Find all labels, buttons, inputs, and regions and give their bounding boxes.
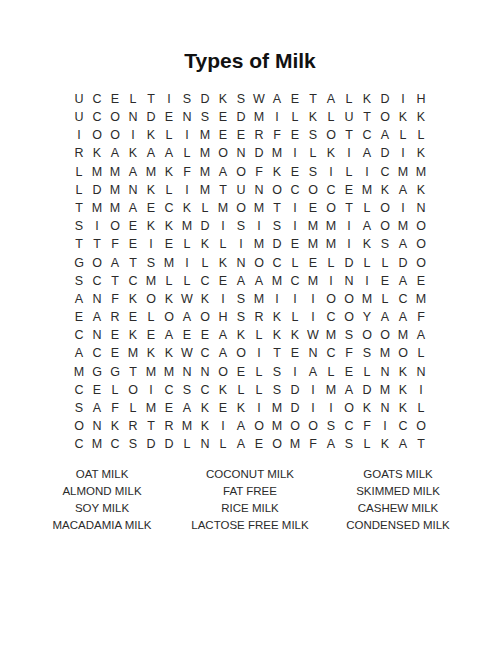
grid-cell-r5c17[interactable]: I <box>358 163 376 181</box>
grid-cell-r10c15[interactable]: L <box>322 254 340 272</box>
grid-cell-r8c9[interactable]: I <box>214 217 232 235</box>
grid-cell-r9c5[interactable]: I <box>142 236 160 254</box>
grid-cell-r15c4[interactable]: M <box>124 345 142 363</box>
grid-cell-r2c1[interactable]: U <box>70 108 88 126</box>
grid-cell-r13c20[interactable]: F <box>412 308 430 326</box>
grid-cell-r19c10[interactable]: A <box>232 417 250 435</box>
grid-cell-r3c10[interactable]: E <box>232 126 250 144</box>
grid-cell-r5c11[interactable]: F <box>250 163 268 181</box>
grid-cell-r11c3[interactable]: T <box>106 272 124 290</box>
grid-cell-r11c4[interactable]: C <box>124 272 142 290</box>
grid-cell-r4c3[interactable]: A <box>106 145 124 163</box>
grid-cell-r16c15[interactable]: L <box>322 363 340 381</box>
grid-cell-r17c4[interactable]: O <box>124 381 142 399</box>
grid-cell-r11c16[interactable]: N <box>340 272 358 290</box>
grid-cell-r2c14[interactable]: K <box>304 108 322 126</box>
grid-cell-r10c12[interactable]: C <box>268 254 286 272</box>
grid-cell-r4c15[interactable]: K <box>322 145 340 163</box>
grid-cell-r12c4[interactable]: K <box>124 290 142 308</box>
grid-cell-r2c10[interactable]: D <box>232 108 250 126</box>
grid-cell-r10c4[interactable]: T <box>124 254 142 272</box>
grid-cell-r7c7[interactable]: K <box>178 199 196 217</box>
grid-cell-r9c6[interactable]: E <box>160 236 178 254</box>
grid-cell-r20c5[interactable]: D <box>142 436 160 454</box>
grid-cell-r1c14[interactable]: T <box>304 90 322 108</box>
grid-cell-r5c2[interactable]: M <box>88 163 106 181</box>
grid-cell-r17c10[interactable]: L <box>232 381 250 399</box>
grid-cell-r12c10[interactable]: S <box>232 290 250 308</box>
grid-cell-r19c5[interactable]: T <box>142 417 160 435</box>
grid-cell-r6c11[interactable]: N <box>250 181 268 199</box>
grid-cell-r13c14[interactable]: I <box>304 308 322 326</box>
grid-cell-r14c11[interactable]: L <box>250 326 268 344</box>
grid-cell-r5c14[interactable]: S <box>304 163 322 181</box>
grid-cell-r18c6[interactable]: E <box>160 399 178 417</box>
grid-cell-r5c15[interactable]: I <box>322 163 340 181</box>
grid-cell-r12c7[interactable]: W <box>178 290 196 308</box>
grid-cell-r20c13[interactable]: M <box>286 436 304 454</box>
grid-cell-r18c14[interactable]: I <box>304 399 322 417</box>
grid-cell-r15c5[interactable]: K <box>142 345 160 363</box>
grid-cell-r3c20[interactable]: L <box>412 126 430 144</box>
grid-cell-r12c3[interactable]: F <box>106 290 124 308</box>
grid-cell-r3c13[interactable]: E <box>286 126 304 144</box>
grid-cell-r19c6[interactable]: R <box>160 417 178 435</box>
grid-cell-r1c8[interactable]: D <box>196 90 214 108</box>
grid-cell-r6c5[interactable]: K <box>142 181 160 199</box>
grid-cell-r13c13[interactable]: L <box>286 308 304 326</box>
grid-cell-r17c16[interactable]: A <box>340 381 358 399</box>
grid-cell-r15c12[interactable]: T <box>268 345 286 363</box>
grid-cell-r19c13[interactable]: O <box>286 417 304 435</box>
grid-cell-r1c6[interactable]: I <box>160 90 178 108</box>
grid-cell-r9c9[interactable]: L <box>214 236 232 254</box>
grid-cell-r7c11[interactable]: M <box>250 199 268 217</box>
grid-cell-r7c20[interactable]: N <box>412 199 430 217</box>
grid-cell-r12c13[interactable]: I <box>286 290 304 308</box>
grid-cell-r1c9[interactable]: K <box>214 90 232 108</box>
grid-cell-r7c5[interactable]: E <box>142 199 160 217</box>
grid-cell-r8c20[interactable]: O <box>412 217 430 235</box>
grid-cell-r15c17[interactable]: S <box>358 345 376 363</box>
grid-cell-r15c18[interactable]: M <box>376 345 394 363</box>
grid-cell-r14c9[interactable]: A <box>214 326 232 344</box>
grid-cell-r14c2[interactable]: N <box>88 326 106 344</box>
grid-cell-r1c20[interactable]: H <box>412 90 430 108</box>
grid-cell-r5c20[interactable]: M <box>412 163 430 181</box>
grid-cell-r3c3[interactable]: O <box>106 126 124 144</box>
grid-cell-r3c6[interactable]: L <box>160 126 178 144</box>
grid-cell-r18c16[interactable]: O <box>340 399 358 417</box>
grid-cell-r20c2[interactable]: M <box>88 436 106 454</box>
grid-cell-r18c15[interactable]: I <box>322 399 340 417</box>
grid-cell-r9c8[interactable]: K <box>196 236 214 254</box>
grid-cell-r15c8[interactable]: C <box>196 345 214 363</box>
grid-cell-r7c2[interactable]: M <box>88 199 106 217</box>
grid-cell-r9c4[interactable]: E <box>124 236 142 254</box>
grid-cell-r18c9[interactable]: E <box>214 399 232 417</box>
grid-cell-r8c12[interactable]: S <box>268 217 286 235</box>
grid-cell-r10c14[interactable]: E <box>304 254 322 272</box>
grid-cell-r2c7[interactable]: N <box>178 108 196 126</box>
grid-cell-r12c18[interactable]: L <box>376 290 394 308</box>
grid-cell-r8c10[interactable]: S <box>232 217 250 235</box>
grid-cell-r17c7[interactable]: S <box>178 381 196 399</box>
grid-cell-r14c16[interactable]: S <box>340 326 358 344</box>
grid-cell-r9c16[interactable]: I <box>340 236 358 254</box>
grid-cell-r9c14[interactable]: M <box>304 236 322 254</box>
grid-cell-r12c14[interactable]: I <box>304 290 322 308</box>
grid-cell-r14c6[interactable]: A <box>160 326 178 344</box>
grid-cell-r12c2[interactable]: N <box>88 290 106 308</box>
grid-cell-r8c5[interactable]: K <box>142 217 160 235</box>
grid-cell-r20c18[interactable]: K <box>376 436 394 454</box>
grid-cell-r5c9[interactable]: A <box>214 163 232 181</box>
grid-cell-r15c14[interactable]: N <box>304 345 322 363</box>
grid-cell-r19c14[interactable]: O <box>304 417 322 435</box>
grid-cell-r18c4[interactable]: L <box>124 399 142 417</box>
grid-cell-r20c9[interactable]: L <box>214 436 232 454</box>
grid-cell-r8c13[interactable]: I <box>286 217 304 235</box>
grid-cell-r13c16[interactable]: O <box>340 308 358 326</box>
grid-cell-r3c1[interactable]: I <box>70 126 88 144</box>
grid-cell-r20c3[interactable]: C <box>106 436 124 454</box>
grid-cell-r4c14[interactable]: L <box>304 145 322 163</box>
grid-cell-r14c3[interactable]: E <box>106 326 124 344</box>
grid-cell-r5c1[interactable]: L <box>70 163 88 181</box>
grid-cell-r2c3[interactable]: O <box>106 108 124 126</box>
grid-cell-r7c12[interactable]: T <box>268 199 286 217</box>
grid-cell-r18c20[interactable]: L <box>412 399 430 417</box>
grid-cell-r19c17[interactable]: F <box>358 417 376 435</box>
grid-cell-r2c17[interactable]: T <box>358 108 376 126</box>
grid-cell-r6c17[interactable]: M <box>358 181 376 199</box>
grid-cell-r17c8[interactable]: C <box>196 381 214 399</box>
grid-cell-r14c15[interactable]: M <box>322 326 340 344</box>
grid-cell-r13c17[interactable]: Y <box>358 308 376 326</box>
grid-cell-r18c1[interactable]: S <box>70 399 88 417</box>
grid-cell-r15c11[interactable]: I <box>250 345 268 363</box>
grid-cell-r17c12[interactable]: S <box>268 381 286 399</box>
grid-cell-r4c17[interactable]: A <box>358 145 376 163</box>
grid-cell-r7c16[interactable]: T <box>340 199 358 217</box>
grid-cell-r14c20[interactable]: A <box>412 326 430 344</box>
grid-cell-r17c5[interactable]: I <box>142 381 160 399</box>
grid-cell-r7c6[interactable]: C <box>160 199 178 217</box>
grid-cell-r16c11[interactable]: L <box>250 363 268 381</box>
grid-cell-r11c7[interactable]: L <box>178 272 196 290</box>
grid-cell-r13c8[interactable]: O <box>196 308 214 326</box>
grid-cell-r18c10[interactable]: K <box>232 399 250 417</box>
grid-cell-r19c20[interactable]: O <box>412 417 430 435</box>
grid-cell-r16c3[interactable]: G <box>106 363 124 381</box>
grid-cell-r16c13[interactable]: I <box>286 363 304 381</box>
grid-cell-r7c9[interactable]: M <box>214 199 232 217</box>
grid-cell-r3c7[interactable]: I <box>178 126 196 144</box>
grid-cell-r3c2[interactable]: O <box>88 126 106 144</box>
grid-cell-r8c18[interactable]: O <box>376 217 394 235</box>
grid-cell-r20c1[interactable]: C <box>70 436 88 454</box>
grid-cell-r17c2[interactable]: E <box>88 381 106 399</box>
grid-cell-r1c5[interactable]: T <box>142 90 160 108</box>
grid-cell-r5c16[interactable]: L <box>340 163 358 181</box>
grid-cell-r15c13[interactable]: E <box>286 345 304 363</box>
grid-cell-r8c7[interactable]: M <box>178 217 196 235</box>
grid-cell-r20c15[interactable]: A <box>322 436 340 454</box>
grid-cell-r12c15[interactable]: O <box>322 290 340 308</box>
grid-cell-r3c8[interactable]: M <box>196 126 214 144</box>
grid-cell-r9c18[interactable]: S <box>376 236 394 254</box>
grid-cell-r20c6[interactable]: D <box>160 436 178 454</box>
grid-cell-r9c7[interactable]: L <box>178 236 196 254</box>
grid-cell-r11c5[interactable]: M <box>142 272 160 290</box>
grid-cell-r19c19[interactable]: C <box>394 417 412 435</box>
grid-cell-r11c19[interactable]: A <box>394 272 412 290</box>
grid-cell-r1c11[interactable]: W <box>250 90 268 108</box>
grid-cell-r16c5[interactable]: M <box>142 363 160 381</box>
grid-cell-r4c8[interactable]: M <box>196 145 214 163</box>
grid-cell-r11c9[interactable]: E <box>214 272 232 290</box>
grid-cell-r16c19[interactable]: K <box>394 363 412 381</box>
grid-cell-r9c2[interactable]: T <box>88 236 106 254</box>
grid-cell-r9c12[interactable]: D <box>268 236 286 254</box>
grid-cell-r16c12[interactable]: S <box>268 363 286 381</box>
grid-cell-r4c19[interactable]: I <box>394 145 412 163</box>
grid-cell-r19c2[interactable]: N <box>88 417 106 435</box>
grid-cell-r17c13[interactable]: D <box>286 381 304 399</box>
grid-cell-r7c14[interactable]: E <box>304 199 322 217</box>
grid-cell-r18c7[interactable]: A <box>178 399 196 417</box>
grid-cell-r2c16[interactable]: U <box>340 108 358 126</box>
grid-cell-r13c3[interactable]: R <box>106 308 124 326</box>
grid-cell-r2c2[interactable]: C <box>88 108 106 126</box>
grid-cell-r12c20[interactable]: M <box>412 290 430 308</box>
grid-cell-r14c5[interactable]: E <box>142 326 160 344</box>
grid-cell-r6c9[interactable]: T <box>214 181 232 199</box>
grid-cell-r15c16[interactable]: F <box>340 345 358 363</box>
grid-cell-r11c10[interactable]: A <box>232 272 250 290</box>
grid-cell-r20c17[interactable]: L <box>358 436 376 454</box>
grid-cell-r4c6[interactable]: A <box>160 145 178 163</box>
grid-cell-r13c10[interactable]: S <box>232 308 250 326</box>
grid-cell-r10c1[interactable]: G <box>70 254 88 272</box>
grid-cell-r2c6[interactable]: E <box>160 108 178 126</box>
grid-cell-r18c2[interactable]: A <box>88 399 106 417</box>
grid-cell-r5c8[interactable]: M <box>196 163 214 181</box>
grid-cell-r3c9[interactable]: E <box>214 126 232 144</box>
grid-cell-r14c14[interactable]: W <box>304 326 322 344</box>
grid-cell-r14c4[interactable]: K <box>124 326 142 344</box>
grid-cell-r10c11[interactable]: O <box>250 254 268 272</box>
grid-cell-r11c17[interactable]: I <box>358 272 376 290</box>
grid-cell-r19c16[interactable]: C <box>340 417 358 435</box>
grid-cell-r9c13[interactable]: E <box>286 236 304 254</box>
grid-cell-r15c9[interactable]: A <box>214 345 232 363</box>
grid-cell-r16c8[interactable]: N <box>196 363 214 381</box>
grid-cell-r4c7[interactable]: L <box>178 145 196 163</box>
grid-cell-r17c11[interactable]: L <box>250 381 268 399</box>
grid-cell-r16c1[interactable]: M <box>70 363 88 381</box>
grid-cell-r19c12[interactable]: M <box>268 417 286 435</box>
grid-cell-r18c5[interactable]: M <box>142 399 160 417</box>
grid-cell-r4c10[interactable]: N <box>232 145 250 163</box>
grid-cell-r4c18[interactable]: D <box>376 145 394 163</box>
grid-cell-r5c7[interactable]: F <box>178 163 196 181</box>
grid-cell-r15c19[interactable]: O <box>394 345 412 363</box>
grid-cell-r14c12[interactable]: K <box>268 326 286 344</box>
grid-cell-r1c7[interactable]: S <box>178 90 196 108</box>
grid-cell-r4c4[interactable]: K <box>124 145 142 163</box>
grid-cell-r20c20[interactable]: T <box>412 436 430 454</box>
grid-cell-r12c9[interactable]: I <box>214 290 232 308</box>
grid-cell-r17c15[interactable]: M <box>322 381 340 399</box>
grid-cell-r15c6[interactable]: K <box>160 345 178 363</box>
grid-cell-r20c4[interactable]: S <box>124 436 142 454</box>
grid-cell-r19c7[interactable]: M <box>178 417 196 435</box>
grid-cell-r15c1[interactable]: A <box>70 345 88 363</box>
grid-cell-r10c18[interactable]: L <box>376 254 394 272</box>
grid-cell-r2c12[interactable]: I <box>268 108 286 126</box>
grid-cell-r17c1[interactable]: C <box>70 381 88 399</box>
grid-cell-r19c15[interactable]: S <box>322 417 340 435</box>
grid-cell-r7c10[interactable]: O <box>232 199 250 217</box>
grid-cell-r9c15[interactable]: M <box>322 236 340 254</box>
grid-cell-r7c4[interactable]: A <box>124 199 142 217</box>
grid-cell-r1c3[interactable]: E <box>106 90 124 108</box>
grid-cell-r10c5[interactable]: S <box>142 254 160 272</box>
grid-cell-r17c14[interactable]: I <box>304 381 322 399</box>
grid-cell-r19c9[interactable]: I <box>214 417 232 435</box>
grid-cell-r11c18[interactable]: E <box>376 272 394 290</box>
grid-cell-r17c17[interactable]: D <box>358 381 376 399</box>
grid-cell-r13c5[interactable]: L <box>142 308 160 326</box>
grid-cell-r3c14[interactable]: S <box>304 126 322 144</box>
grid-cell-r14c18[interactable]: O <box>376 326 394 344</box>
grid-cell-r14c10[interactable]: K <box>232 326 250 344</box>
grid-cell-r7c19[interactable]: I <box>394 199 412 217</box>
grid-cell-r2c11[interactable]: M <box>250 108 268 126</box>
grid-cell-r14c1[interactable]: C <box>70 326 88 344</box>
grid-cell-r10c6[interactable]: M <box>160 254 178 272</box>
grid-cell-r4c2[interactable]: K <box>88 145 106 163</box>
grid-cell-r6c2[interactable]: D <box>88 181 106 199</box>
grid-cell-r10c7[interactable]: I <box>178 254 196 272</box>
grid-cell-r12c16[interactable]: O <box>340 290 358 308</box>
grid-cell-r10c19[interactable]: D <box>394 254 412 272</box>
grid-cell-r8c3[interactable]: O <box>106 217 124 235</box>
grid-cell-r15c15[interactable]: C <box>322 345 340 363</box>
grid-cell-r3c11[interactable]: R <box>250 126 268 144</box>
grid-cell-r6c7[interactable]: I <box>178 181 196 199</box>
grid-cell-r15c7[interactable]: W <box>178 345 196 363</box>
grid-cell-r3c19[interactable]: L <box>394 126 412 144</box>
grid-cell-r5c13[interactable]: E <box>286 163 304 181</box>
grid-cell-r17c6[interactable]: C <box>160 381 178 399</box>
grid-cell-r6c15[interactable]: C <box>322 181 340 199</box>
grid-cell-r2c19[interactable]: K <box>394 108 412 126</box>
grid-cell-r3c5[interactable]: K <box>142 126 160 144</box>
grid-cell-r13c7[interactable]: A <box>178 308 196 326</box>
grid-cell-r5c10[interactable]: O <box>232 163 250 181</box>
grid-cell-r14c19[interactable]: M <box>394 326 412 344</box>
grid-cell-r5c19[interactable]: M <box>394 163 412 181</box>
grid-cell-r9c19[interactable]: A <box>394 236 412 254</box>
grid-cell-r6c10[interactable]: U <box>232 181 250 199</box>
grid-cell-r12c8[interactable]: K <box>196 290 214 308</box>
grid-cell-r16c10[interactable]: E <box>232 363 250 381</box>
grid-cell-r17c9[interactable]: K <box>214 381 232 399</box>
grid-cell-r10c16[interactable]: D <box>340 254 358 272</box>
grid-cell-r6c16[interactable]: E <box>340 181 358 199</box>
grid-cell-r19c18[interactable]: I <box>376 417 394 435</box>
grid-cell-r17c3[interactable]: L <box>106 381 124 399</box>
grid-cell-r6c19[interactable]: A <box>394 181 412 199</box>
grid-cell-r3c4[interactable]: I <box>124 126 142 144</box>
grid-cell-r19c11[interactable]: O <box>250 417 268 435</box>
grid-cell-r9c11[interactable]: M <box>250 236 268 254</box>
grid-cell-r17c18[interactable]: M <box>376 381 394 399</box>
grid-cell-r11c20[interactable]: E <box>412 272 430 290</box>
grid-cell-r13c11[interactable]: R <box>250 308 268 326</box>
grid-cell-r15c20[interactable]: L <box>412 345 430 363</box>
grid-cell-r10c20[interactable]: O <box>412 254 430 272</box>
grid-cell-r11c14[interactable]: M <box>304 272 322 290</box>
grid-cell-r19c4[interactable]: R <box>124 417 142 435</box>
grid-cell-r17c19[interactable]: K <box>394 381 412 399</box>
grid-cell-r11c8[interactable]: C <box>196 272 214 290</box>
grid-cell-r12c17[interactable]: M <box>358 290 376 308</box>
grid-cell-r5c3[interactable]: M <box>106 163 124 181</box>
grid-cell-r8c19[interactable]: M <box>394 217 412 235</box>
grid-cell-r18c12[interactable]: M <box>268 399 286 417</box>
grid-cell-r3c15[interactable]: O <box>322 126 340 144</box>
grid-cell-r15c3[interactable]: E <box>106 345 124 363</box>
grid-cell-r1c10[interactable]: S <box>232 90 250 108</box>
grid-cell-r8c4[interactable]: E <box>124 217 142 235</box>
grid-cell-r3c18[interactable]: A <box>376 126 394 144</box>
grid-cell-r12c6[interactable]: K <box>160 290 178 308</box>
grid-cell-r2c18[interactable]: O <box>376 108 394 126</box>
grid-cell-r16c17[interactable]: L <box>358 363 376 381</box>
grid-cell-r7c13[interactable]: I <box>286 199 304 217</box>
grid-cell-r13c15[interactable]: C <box>322 308 340 326</box>
grid-cell-r2c5[interactable]: D <box>142 108 160 126</box>
grid-cell-r18c13[interactable]: D <box>286 399 304 417</box>
grid-cell-r13c18[interactable]: A <box>376 308 394 326</box>
grid-cell-r8c6[interactable]: K <box>160 217 178 235</box>
grid-cell-r1c16[interactable]: L <box>340 90 358 108</box>
grid-cell-r10c9[interactable]: K <box>214 254 232 272</box>
grid-cell-r2c13[interactable]: L <box>286 108 304 126</box>
grid-cell-r1c4[interactable]: L <box>124 90 142 108</box>
grid-cell-r16c2[interactable]: G <box>88 363 106 381</box>
grid-cell-r8c1[interactable]: S <box>70 217 88 235</box>
grid-cell-r11c13[interactable]: C <box>286 272 304 290</box>
grid-cell-r6c3[interactable]: M <box>106 181 124 199</box>
grid-cell-r10c8[interactable]: L <box>196 254 214 272</box>
grid-cell-r1c19[interactable]: I <box>394 90 412 108</box>
grid-cell-r8c11[interactable]: I <box>250 217 268 235</box>
grid-cell-r20c14[interactable]: F <box>304 436 322 454</box>
grid-cell-r6c14[interactable]: O <box>304 181 322 199</box>
grid-cell-r2c4[interactable]: N <box>124 108 142 126</box>
grid-cell-r16c9[interactable]: O <box>214 363 232 381</box>
grid-cell-r11c1[interactable]: S <box>70 272 88 290</box>
grid-cell-r7c1[interactable]: T <box>70 199 88 217</box>
grid-cell-r2c15[interactable]: L <box>322 108 340 126</box>
grid-cell-r14c8[interactable]: E <box>196 326 214 344</box>
grid-cell-r14c13[interactable]: K <box>286 326 304 344</box>
